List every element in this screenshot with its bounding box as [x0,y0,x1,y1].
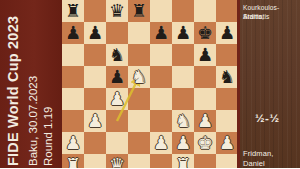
white-pawn-b3: ♟ [84,110,106,132]
white-player-firstname: Daniel [243,160,265,169]
black-rook-d8: ♜ [128,0,150,22]
square-b3: ♟ [84,110,106,132]
white-queen-c1: ♛ [106,154,128,168]
white-pawn-g3: ♟ [194,110,216,132]
square-f1: ♜ [172,154,194,168]
square-e1 [150,154,172,168]
black-king-g7: ♚ [194,22,216,44]
broadcast-graphic: FIDE World Cup 2023 Baku, 30.07.2023 Rou… [0,0,300,168]
square-c4: ♟ [106,88,128,110]
black-queen-c8: ♛ [106,0,128,22]
square-f2: ♟ [172,132,194,154]
square-h4 [216,88,238,110]
square-d6 [128,44,150,66]
square-g3: ♟ [194,110,216,132]
black-pawn-g6: ♟ [194,44,216,66]
square-a7: ♟ [62,22,84,44]
square-a3 [62,110,84,132]
square-d7 [128,22,150,44]
chess-board: ♜♛♜♟♟♟♟♚♟♞♟♟♞♞♟♟♞♟♟♟♟♚♟♜♛♜ [62,0,238,168]
black-pawn-e7: ♟ [150,22,172,44]
square-b7: ♟ [84,22,106,44]
square-c8: ♛ [106,0,128,22]
square-b1 [84,154,106,168]
square-g4 [194,88,216,110]
square-f3: ♞ [172,110,194,132]
square-e5 [150,66,172,88]
square-d2 [128,132,150,154]
white-player-name: Fridman, [243,150,273,159]
black-player-firstname: Stamatis [243,13,269,22]
square-b6 [84,44,106,66]
square-g8 [194,0,216,22]
game-result: ½-½ [255,112,280,124]
square-h7: ♟ [216,22,238,44]
white-pawn-a2: ♟ [62,132,84,154]
white-knight-d5: ♞ [128,66,150,88]
black-pawn-c5: ♟ [106,66,128,88]
square-h1 [216,154,238,168]
square-g6: ♟ [194,44,216,66]
white-knight-f3: ♞ [172,110,194,132]
square-a8: ♜ [62,0,84,22]
black-pawn-h7: ♟ [216,22,238,44]
black-rook-a8: ♜ [62,0,84,22]
white-rook-a1: ♜ [62,154,84,168]
square-b2 [84,132,106,154]
square-d3 [128,110,150,132]
square-b4 [84,88,106,110]
square-h8 [216,0,238,22]
square-f7: ♟ [172,22,194,44]
square-c3 [106,110,128,132]
square-c5: ♟ [106,66,128,88]
square-a5 [62,66,84,88]
white-pawn-c4: ♟ [106,88,128,110]
square-b5 [84,66,106,88]
square-f8 [172,0,194,22]
square-h2: ♟ [216,132,238,154]
square-a2: ♟ [62,132,84,154]
white-pawn-e2: ♟ [150,132,172,154]
square-e3 [150,110,172,132]
event-band: FIDE World Cup 2023 Baku, 30.07.2023 Rou… [0,0,62,168]
square-h6 [216,44,238,66]
square-e2: ♟ [150,132,172,154]
square-g5 [194,66,216,88]
square-g1 [194,154,216,168]
black-knight-c6: ♞ [106,44,128,66]
black-pawn-a7: ♟ [62,22,84,44]
square-c7 [106,22,128,44]
square-d5: ♞ [128,66,150,88]
white-pawn-h2: ♟ [216,132,238,154]
square-d8: ♜ [128,0,150,22]
square-b8 [84,0,106,22]
event-title: FIDE World Cup 2023 [5,16,21,166]
wood-panel [237,0,300,168]
square-a4 [62,88,84,110]
square-e4 [150,88,172,110]
white-pawn-f2: ♟ [172,132,194,154]
square-g7: ♚ [194,22,216,44]
square-a6 [62,44,84,66]
square-f6 [172,44,194,66]
square-c6: ♞ [106,44,128,66]
square-c1: ♛ [106,154,128,168]
black-pawn-f7: ♟ [172,22,194,44]
square-e7: ♟ [150,22,172,44]
event-round: Round 1.19 [42,107,54,166]
white-king-g2: ♚ [194,132,216,154]
black-knight-h5: ♞ [216,66,238,88]
square-c2 [106,132,128,154]
event-site-date: Baku, 30.07.2023 [27,76,39,166]
square-g2: ♚ [194,132,216,154]
square-f4 [172,88,194,110]
square-h5: ♞ [216,66,238,88]
square-f5 [172,66,194,88]
square-a1: ♜ [62,154,84,168]
square-h3 [216,110,238,132]
square-e8 [150,0,172,22]
square-d4 [128,88,150,110]
black-pawn-b7: ♟ [84,22,106,44]
square-e6 [150,44,172,66]
white-rook-f1: ♜ [172,154,194,168]
square-d1 [128,154,150,168]
